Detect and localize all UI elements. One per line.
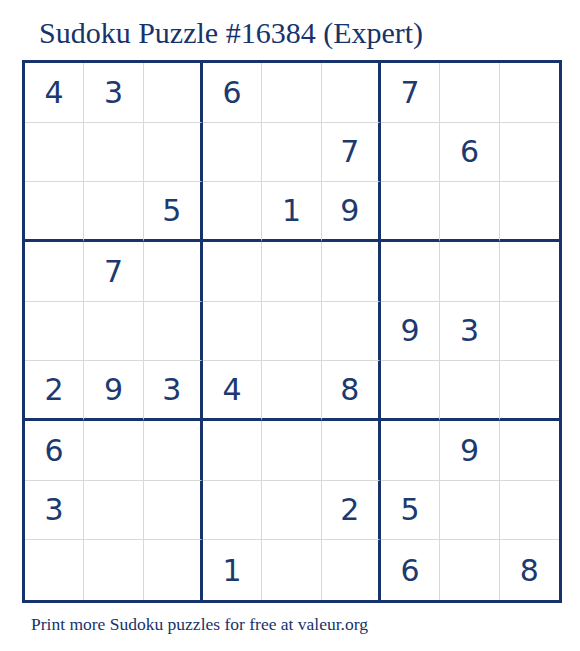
sudoku-cell-r3c5: 1 (262, 182, 321, 242)
footer-credit: Print more Sudoku puzzles for free at va… (31, 614, 368, 635)
sudoku-cell-r7c3 (144, 421, 203, 481)
sudoku-cell-r8c1: 3 (25, 481, 84, 541)
sudoku-cell-r1c8 (440, 63, 499, 123)
sudoku-cell-r4c3 (144, 242, 203, 302)
sudoku-cell-r9c8 (440, 540, 499, 600)
sudoku-cell-r6c7 (381, 361, 440, 421)
sudoku-cell-r4c5 (262, 242, 321, 302)
sudoku-cell-r2c3 (144, 123, 203, 183)
sudoku-cell-r1c1: 4 (25, 63, 84, 123)
sudoku-cell-r7c2 (84, 421, 143, 481)
sudoku-cell-r9c4: 1 (203, 540, 262, 600)
sudoku-cell-r2c4 (203, 123, 262, 183)
sudoku-cell-r5c4 (203, 302, 262, 362)
sudoku-cell-r8c9 (500, 481, 559, 541)
sudoku-cell-r5c5 (262, 302, 321, 362)
sudoku-cell-r8c4 (203, 481, 262, 541)
page-title: Sudoku Puzzle #16384 (Expert) (39, 16, 423, 50)
sudoku-cell-r4c7 (381, 242, 440, 302)
sudoku-cell-r8c6: 2 (322, 481, 381, 541)
sudoku-cell-r3c1 (25, 182, 84, 242)
sudoku-cell-r9c9: 8 (500, 540, 559, 600)
sudoku-cell-r5c8: 3 (440, 302, 499, 362)
sudoku-cell-r7c9 (500, 421, 559, 481)
sudoku-cell-r7c4 (203, 421, 262, 481)
sudoku-cell-r2c9 (500, 123, 559, 183)
sudoku-cell-r4c4 (203, 242, 262, 302)
sudoku-cell-r4c6 (322, 242, 381, 302)
sudoku-cell-r6c8 (440, 361, 499, 421)
sudoku-board: 4367765197932934869325168 (22, 60, 562, 603)
sudoku-cell-r7c7 (381, 421, 440, 481)
sudoku-cell-r3c6: 9 (322, 182, 381, 242)
sudoku-cell-r2c5 (262, 123, 321, 183)
sudoku-page: Sudoku Puzzle #16384 (Expert) 4367765197… (0, 0, 580, 651)
sudoku-cell-r6c5 (262, 361, 321, 421)
sudoku-cell-r4c9 (500, 242, 559, 302)
sudoku-cell-r5c7: 9 (381, 302, 440, 362)
sudoku-cell-r8c3 (144, 481, 203, 541)
sudoku-cell-r6c4: 4 (203, 361, 262, 421)
sudoku-cell-r9c1 (25, 540, 84, 600)
sudoku-cell-r6c9 (500, 361, 559, 421)
sudoku-cell-r9c3 (144, 540, 203, 600)
sudoku-cell-r6c3: 3 (144, 361, 203, 421)
sudoku-cell-r2c6: 7 (322, 123, 381, 183)
sudoku-cell-r5c9 (500, 302, 559, 362)
sudoku-cell-r1c4: 6 (203, 63, 262, 123)
sudoku-cell-r5c3 (144, 302, 203, 362)
sudoku-cell-r3c3: 5 (144, 182, 203, 242)
sudoku-cell-r3c8 (440, 182, 499, 242)
sudoku-cell-r2c1 (25, 123, 84, 183)
sudoku-cell-r5c6 (322, 302, 381, 362)
sudoku-cell-r8c8 (440, 481, 499, 541)
sudoku-cell-r9c2 (84, 540, 143, 600)
sudoku-cell-r4c1 (25, 242, 84, 302)
sudoku-cell-r3c9 (500, 182, 559, 242)
sudoku-cell-r7c8: 9 (440, 421, 499, 481)
sudoku-cell-r2c7 (381, 123, 440, 183)
sudoku-cell-r1c9 (500, 63, 559, 123)
sudoku-cell-r1c5 (262, 63, 321, 123)
sudoku-cell-r3c4 (203, 182, 262, 242)
sudoku-cell-r3c7 (381, 182, 440, 242)
sudoku-cell-r8c7: 5 (381, 481, 440, 541)
sudoku-cell-r9c7: 6 (381, 540, 440, 600)
sudoku-cell-r5c1 (25, 302, 84, 362)
sudoku-cell-r3c2 (84, 182, 143, 242)
sudoku-cell-r4c2: 7 (84, 242, 143, 302)
sudoku-cell-r2c8: 6 (440, 123, 499, 183)
sudoku-cell-r7c1: 6 (25, 421, 84, 481)
sudoku-cell-r6c1: 2 (25, 361, 84, 421)
sudoku-cell-r5c2 (84, 302, 143, 362)
sudoku-cell-r8c5 (262, 481, 321, 541)
sudoku-cell-r6c2: 9 (84, 361, 143, 421)
sudoku-cell-r1c2: 3 (84, 63, 143, 123)
sudoku-cell-r1c3 (144, 63, 203, 123)
sudoku-cell-r6c6: 8 (322, 361, 381, 421)
sudoku-cell-r7c6 (322, 421, 381, 481)
sudoku-cell-r1c6 (322, 63, 381, 123)
sudoku-cell-r7c5 (262, 421, 321, 481)
sudoku-cell-r1c7: 7 (381, 63, 440, 123)
sudoku-cell-r2c2 (84, 123, 143, 183)
sudoku-cell-r9c5 (262, 540, 321, 600)
sudoku-cell-r4c8 (440, 242, 499, 302)
sudoku-cell-r8c2 (84, 481, 143, 541)
sudoku-cell-r9c6 (322, 540, 381, 600)
